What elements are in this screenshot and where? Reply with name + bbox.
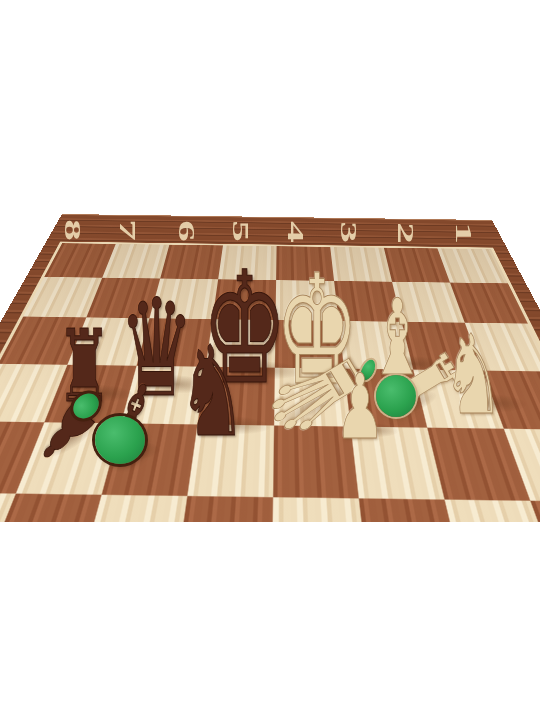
board-square xyxy=(218,245,276,280)
board-tilt-wrapper xyxy=(19,214,527,522)
board-grid xyxy=(0,242,540,522)
board-square xyxy=(149,279,218,320)
board-square xyxy=(275,320,344,369)
board-square xyxy=(0,494,102,522)
board-square xyxy=(160,245,223,280)
board-frame xyxy=(0,214,540,522)
board-square xyxy=(187,424,274,497)
board-square xyxy=(137,318,213,366)
board-square xyxy=(330,247,392,282)
board-square xyxy=(272,497,369,522)
board-square xyxy=(437,248,508,283)
board-square xyxy=(339,321,414,370)
board-square xyxy=(174,496,273,522)
board-square xyxy=(445,500,540,522)
board-square xyxy=(273,426,359,499)
chessboard xyxy=(0,200,540,522)
board-square xyxy=(102,244,169,279)
board-square xyxy=(121,366,206,425)
board-square xyxy=(276,280,339,321)
board-square xyxy=(276,246,334,281)
board-square xyxy=(334,281,402,322)
board-square xyxy=(212,279,276,320)
board-square xyxy=(274,368,351,427)
product-photo: 87654321 ♝♚♚♛♜♜♞♛♞♟♟♝ xyxy=(0,0,540,720)
board-square xyxy=(198,367,275,426)
board-square xyxy=(206,319,276,368)
